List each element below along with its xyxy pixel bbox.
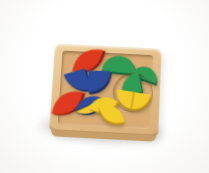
board-recess (58, 51, 154, 130)
grid-cell-r3c3 (120, 103, 152, 130)
grid-cell-r3c2 (89, 101, 121, 128)
board-grid (58, 51, 154, 130)
grid-cell-r2c3 (121, 78, 153, 104)
grid-cell-r3c1 (58, 99, 90, 126)
puzzle-board (49, 43, 162, 137)
product-photo (0, 0, 209, 173)
